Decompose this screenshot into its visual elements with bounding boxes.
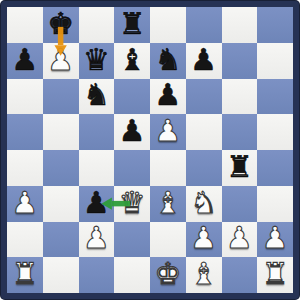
square-c5[interactable] — [79, 114, 115, 150]
white-pawn[interactable]: ♟ — [11, 188, 38, 218]
white-pawn[interactable]: ♟ — [190, 223, 217, 253]
square-b2[interactable] — [43, 222, 79, 258]
square-f2[interactable]: ♟ — [186, 222, 222, 258]
square-b8[interactable]: ♚ — [43, 7, 79, 43]
white-pawn[interactable]: ♟ — [47, 45, 74, 75]
square-c7[interactable]: ♛ — [79, 43, 115, 79]
square-e4[interactable] — [150, 150, 186, 186]
square-g1[interactable] — [222, 257, 258, 293]
square-b7[interactable]: ♟ — [43, 43, 79, 79]
square-c4[interactable] — [79, 150, 115, 186]
square-e3[interactable]: ♝ — [150, 186, 186, 222]
square-f1[interactable]: ♝ — [186, 257, 222, 293]
square-a2[interactable] — [7, 222, 43, 258]
black-pawn[interactable]: ♟ — [190, 45, 217, 75]
square-g2[interactable]: ♟ — [222, 222, 258, 258]
square-d8[interactable]: ♜ — [114, 7, 150, 43]
black-rook[interactable]: ♜ — [226, 152, 253, 182]
square-d4[interactable] — [114, 150, 150, 186]
square-f5[interactable] — [186, 114, 222, 150]
square-h1[interactable]: ♜ — [257, 257, 293, 293]
square-d1[interactable] — [114, 257, 150, 293]
square-d5[interactable]: ♟ — [114, 114, 150, 150]
square-c3[interactable]: ♟ — [79, 186, 115, 222]
square-g8[interactable] — [222, 7, 258, 43]
white-pawn[interactable]: ♟ — [154, 116, 181, 146]
chess-app-screenshot: ♚♜♟♟♛♝♞♟♞♟♟♟♜♟♟♛♝♞♟♟♟♟♜♚♝♜ — [0, 0, 300, 300]
white-pawn[interactable]: ♟ — [83, 223, 110, 253]
black-queen[interactable]: ♛ — [83, 45, 110, 75]
square-a7[interactable]: ♟ — [7, 43, 43, 79]
black-rook[interactable]: ♜ — [119, 9, 146, 39]
square-f4[interactable] — [186, 150, 222, 186]
square-e2[interactable] — [150, 222, 186, 258]
square-b1[interactable] — [43, 257, 79, 293]
square-b5[interactable] — [43, 114, 79, 150]
square-h6[interactable] — [257, 79, 293, 115]
square-h5[interactable] — [257, 114, 293, 150]
square-g7[interactable] — [222, 43, 258, 79]
white-rook[interactable]: ♜ — [11, 259, 38, 289]
white-knight[interactable]: ♞ — [190, 188, 217, 218]
black-pawn[interactable]: ♟ — [154, 80, 181, 110]
square-d7[interactable]: ♝ — [114, 43, 150, 79]
black-knight[interactable]: ♞ — [154, 45, 181, 75]
square-g4[interactable]: ♜ — [222, 150, 258, 186]
square-b4[interactable] — [43, 150, 79, 186]
square-g6[interactable] — [222, 79, 258, 115]
square-h4[interactable] — [257, 150, 293, 186]
square-d6[interactable] — [114, 79, 150, 115]
square-g5[interactable] — [222, 114, 258, 150]
square-b6[interactable] — [43, 79, 79, 115]
black-bishop[interactable]: ♝ — [119, 45, 146, 75]
chess-board: ♚♜♟♟♛♝♞♟♞♟♟♟♜♟♟♛♝♞♟♟♟♟♜♚♝♜ — [7, 7, 293, 293]
square-f7[interactable]: ♟ — [186, 43, 222, 79]
square-h7[interactable] — [257, 43, 293, 79]
square-e5[interactable]: ♟ — [150, 114, 186, 150]
square-c6[interactable]: ♞ — [79, 79, 115, 115]
black-pawn[interactable]: ♟ — [119, 116, 146, 146]
square-d2[interactable] — [114, 222, 150, 258]
square-a8[interactable] — [7, 7, 43, 43]
black-pawn[interactable]: ♟ — [83, 188, 110, 218]
black-knight[interactable]: ♞ — [83, 80, 110, 110]
square-a5[interactable] — [7, 114, 43, 150]
white-rook[interactable]: ♜ — [262, 259, 289, 289]
square-a6[interactable] — [7, 79, 43, 115]
square-b3[interactable] — [43, 186, 79, 222]
white-bishop[interactable]: ♝ — [190, 259, 217, 289]
square-e7[interactable]: ♞ — [150, 43, 186, 79]
square-h3[interactable] — [257, 186, 293, 222]
square-e1[interactable]: ♚ — [150, 257, 186, 293]
square-e8[interactable] — [150, 7, 186, 43]
white-pawn[interactable]: ♟ — [262, 223, 289, 253]
white-queen[interactable]: ♛ — [119, 188, 146, 218]
square-c8[interactable] — [79, 7, 115, 43]
square-c1[interactable] — [79, 257, 115, 293]
square-h8[interactable] — [257, 7, 293, 43]
black-pawn[interactable]: ♟ — [11, 45, 38, 75]
black-king[interactable]: ♚ — [47, 9, 74, 39]
square-e6[interactable]: ♟ — [150, 79, 186, 115]
square-a1[interactable]: ♜ — [7, 257, 43, 293]
square-d3[interactable]: ♛ — [114, 186, 150, 222]
white-king[interactable]: ♚ — [154, 259, 181, 289]
square-f6[interactable] — [186, 79, 222, 115]
square-f8[interactable] — [186, 7, 222, 43]
square-h2[interactable]: ♟ — [257, 222, 293, 258]
square-a3[interactable]: ♟ — [7, 186, 43, 222]
board-frame: ♚♜♟♟♛♝♞♟♞♟♟♟♜♟♟♛♝♞♟♟♟♟♜♚♝♜ — [0, 0, 300, 300]
square-a4[interactable] — [7, 150, 43, 186]
white-bishop[interactable]: ♝ — [154, 188, 181, 218]
square-c2[interactable]: ♟ — [79, 222, 115, 258]
white-pawn[interactable]: ♟ — [226, 223, 253, 253]
square-f3[interactable]: ♞ — [186, 186, 222, 222]
square-g3[interactable] — [222, 186, 258, 222]
